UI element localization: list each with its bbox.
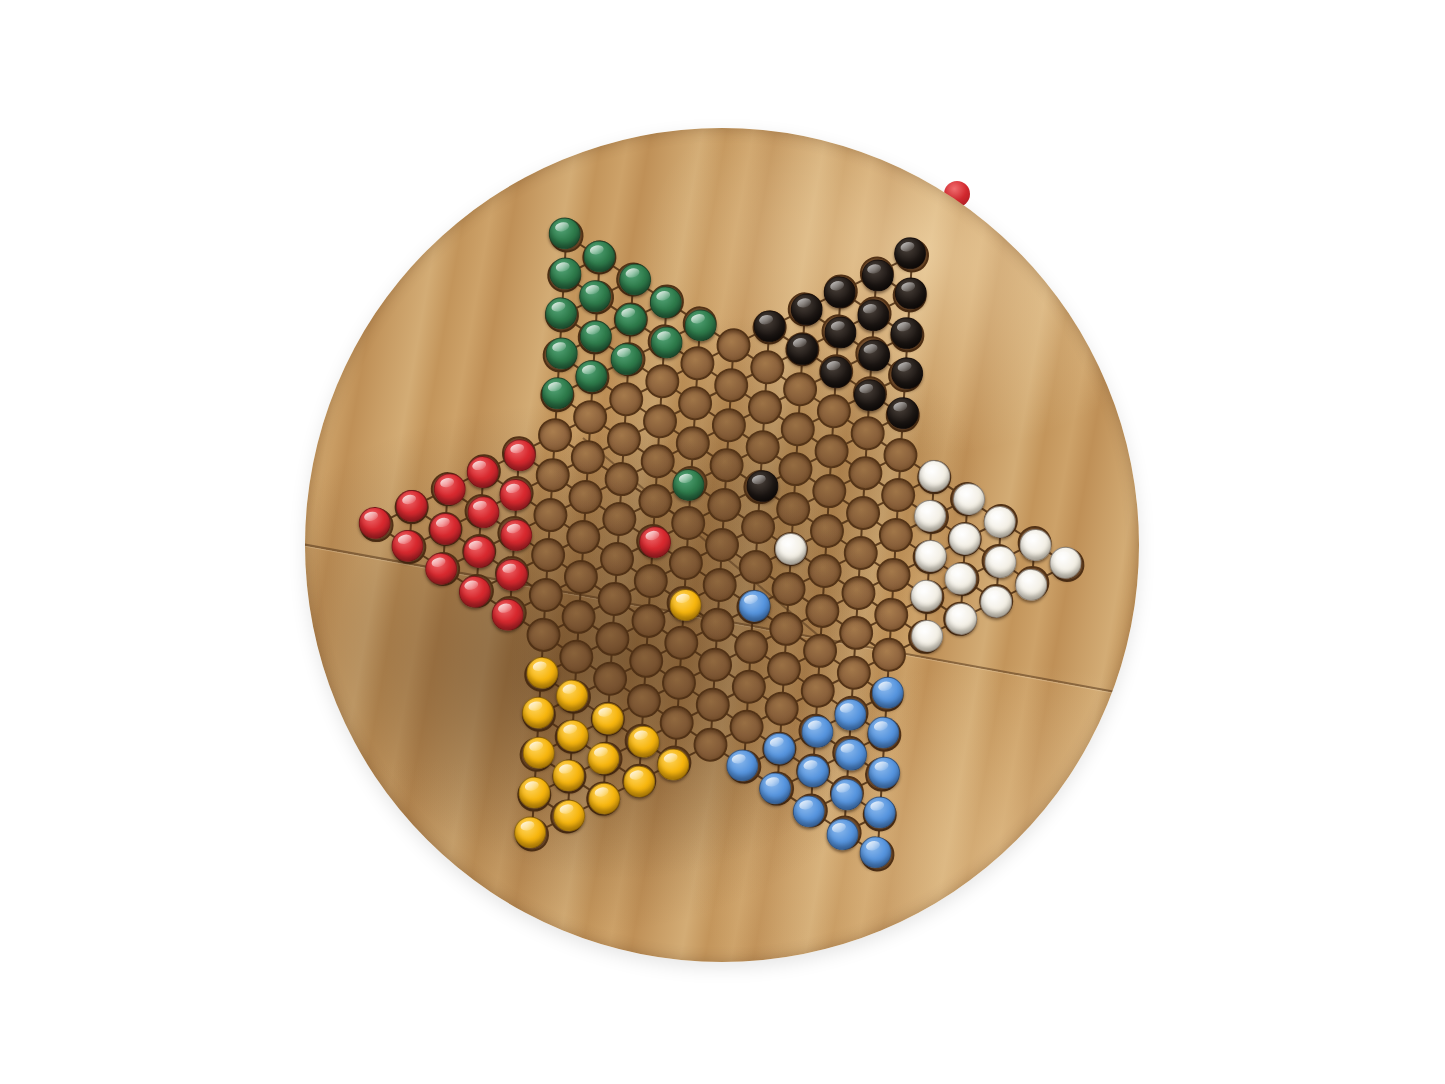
star-hole-grid [305, 128, 1139, 962]
chinese-checkers-board [305, 128, 1139, 962]
photo-background [0, 0, 1445, 1084]
